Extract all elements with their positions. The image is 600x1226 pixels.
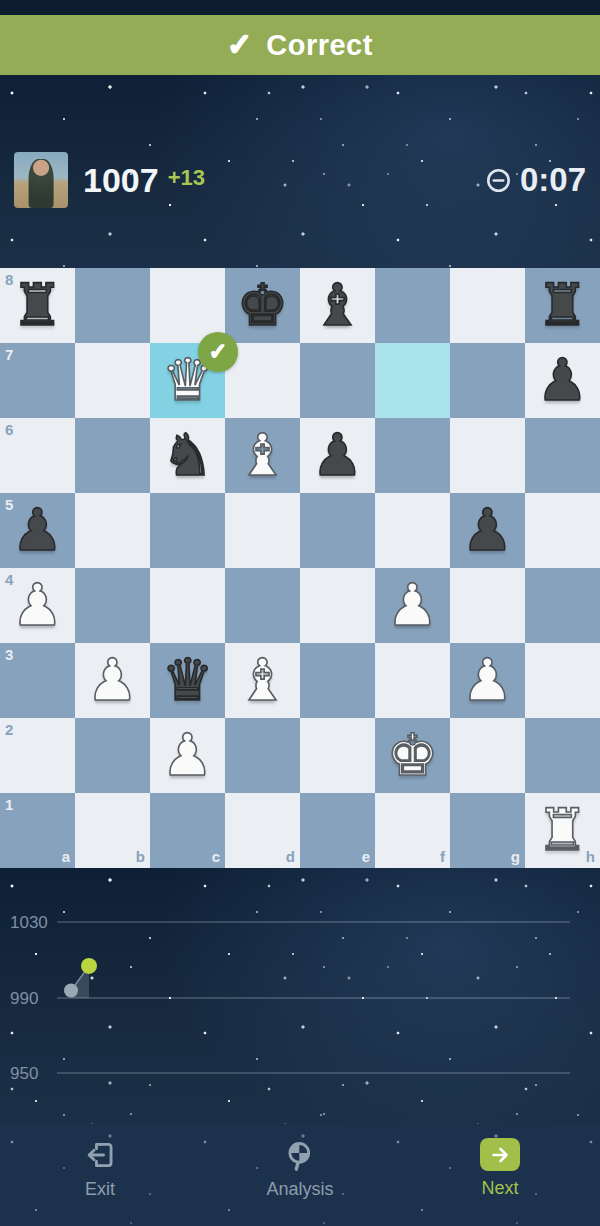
exit-button[interactable]: Exit [0,1124,200,1226]
square-h4[interactable] [525,568,600,643]
square-g1[interactable]: g [450,793,525,868]
square-h3[interactable] [525,643,600,718]
exit-door-icon [82,1138,118,1172]
file-label-b: b [136,849,145,864]
square-c5[interactable] [150,493,225,568]
square-g6[interactable] [450,418,525,493]
square-f5[interactable] [375,493,450,568]
file-label-f: f [440,849,445,864]
square-d8[interactable]: ♚ [225,268,300,343]
rank-label-5: 5 [5,497,13,512]
next-label: Next [481,1178,518,1199]
rank-label-4: 4 [5,572,13,587]
square-a3[interactable]: 3 [0,643,75,718]
correct-banner-label: Correct [266,29,373,62]
square-c1[interactable]: c [150,793,225,868]
square-e7[interactable] [300,343,375,418]
rating-delta: +13 [168,165,205,191]
rating-line-chart [0,868,600,1124]
square-f7[interactable] [375,343,450,418]
white-pawn: ♟ [75,643,150,718]
square-b1[interactable]: b [75,793,150,868]
square-e1[interactable]: e [300,793,375,868]
square-h8[interactable]: ♜ [525,268,600,343]
correct-check-badge: ✓ [198,332,238,372]
square-g5[interactable]: ♟ [450,493,525,568]
square-h2[interactable] [525,718,600,793]
timer-box: 0:07 [485,161,586,199]
rank-label-7: 7 [5,347,13,362]
square-g2[interactable] [450,718,525,793]
square-b4[interactable] [75,568,150,643]
black-queen: ♛ [150,643,225,718]
analysis-button[interactable]: Analysis [200,1124,400,1226]
player-avatar[interactable] [14,152,68,208]
square-a1[interactable]: 1a [0,793,75,868]
square-g8[interactable] [450,268,525,343]
square-b3[interactable]: ♟ [75,643,150,718]
square-b8[interactable] [75,268,150,343]
puzzle-screen: ✓ Correct 1007 +13 0:07 8♜♚♝♜7♛♟6♞♝♟5♟♟4… [0,0,600,1226]
next-button[interactable]: Next [400,1124,600,1226]
square-f6[interactable] [375,418,450,493]
square-a2[interactable]: 2 [0,718,75,793]
square-c6[interactable]: ♞ [150,418,225,493]
square-a5[interactable]: 5♟ [0,493,75,568]
square-b6[interactable] [75,418,150,493]
exit-label: Exit [85,1179,115,1200]
square-f2[interactable]: ♚ [375,718,450,793]
bottom-nav: Exit Analysis Next [0,1124,600,1226]
square-g4[interactable] [450,568,525,643]
square-d6[interactable]: ♝ [225,418,300,493]
square-h1[interactable]: h♜ [525,793,600,868]
black-rook: ♜ [525,268,600,343]
player-rating: 1007 [83,161,159,200]
square-b5[interactable] [75,493,150,568]
next-arrow-icon [480,1138,520,1171]
square-h6[interactable] [525,418,600,493]
square-a8[interactable]: 8♜ [0,268,75,343]
square-f1[interactable]: f [375,793,450,868]
file-label-d: d [286,849,295,864]
correct-banner: ✓ Correct [0,15,600,75]
square-c4[interactable] [150,568,225,643]
rating-graph: 1030 990 950 [0,868,600,1124]
square-h7[interactable]: ♟ [525,343,600,418]
file-label-c: c [212,849,220,864]
white-pawn: ♟ [450,643,525,718]
player-section: 1007 +13 0:07 [0,75,600,268]
square-a6[interactable]: 6 [0,418,75,493]
file-label-g: g [511,849,520,864]
black-king: ♚ [225,268,300,343]
square-h5[interactable] [525,493,600,568]
black-pawn: ♟ [450,493,525,568]
rank-label-6: 6 [5,422,13,437]
square-e8[interactable]: ♝ [300,268,375,343]
rating-point-previous [64,983,78,997]
rank-label-2: 2 [5,722,13,737]
square-b7[interactable] [75,343,150,418]
black-bishop: ♝ [300,268,375,343]
status-bar [0,0,600,15]
square-d2[interactable] [225,718,300,793]
square-d4[interactable] [225,568,300,643]
rating-point-current [81,958,97,974]
square-b2[interactable] [75,718,150,793]
square-a4[interactable]: 4♟ [0,568,75,643]
chess-board: 8♜♚♝♜7♛♟6♞♝♟5♟♟4♟♟3♟♛♝♟2♟♚1abcdefgh♜✓ [0,268,600,868]
square-e4[interactable] [300,568,375,643]
square-f8[interactable] [375,268,450,343]
square-e6[interactable]: ♟ [300,418,375,493]
check-icon: ✓ [227,30,252,60]
rank-label-8: 8 [5,272,13,287]
square-e2[interactable] [300,718,375,793]
square-f3[interactable] [375,643,450,718]
white-bishop: ♝ [225,418,300,493]
file-label-a: a [62,849,70,864]
file-label-e: e [362,849,370,864]
rank-label-3: 3 [5,647,13,662]
square-e3[interactable] [300,643,375,718]
black-pawn: ♟ [525,343,600,418]
rank-label-1: 1 [5,797,13,812]
timer-value: 0:07 [520,161,586,199]
file-label-h: h [586,849,595,864]
square-f4[interactable]: ♟ [375,568,450,643]
square-g3[interactable]: ♟ [450,643,525,718]
square-c2[interactable]: ♟ [150,718,225,793]
player-row: 1007 +13 0:07 [0,152,600,208]
square-d5[interactable] [225,493,300,568]
black-pawn: ♟ [300,418,375,493]
white-pawn: ♟ [375,568,450,643]
square-d3[interactable]: ♝ [225,643,300,718]
square-d1[interactable]: d [225,793,300,868]
timer-icon [485,167,512,194]
white-king: ♚ [375,718,450,793]
white-pawn: ♟ [150,718,225,793]
white-bishop: ♝ [225,643,300,718]
black-knight: ♞ [150,418,225,493]
square-c3[interactable]: ♛ [150,643,225,718]
square-e5[interactable] [300,493,375,568]
square-a7[interactable]: 7 [0,343,75,418]
analysis-label: Analysis [266,1179,333,1200]
square-g7[interactable] [450,343,525,418]
analysis-magnifier-icon [282,1138,318,1172]
